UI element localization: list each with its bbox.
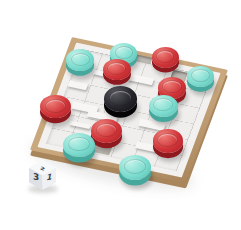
- die[interactable]: 2 3 1: [29, 160, 56, 190]
- piece-black-mouse[interactable]: [104, 86, 137, 111]
- piece-red[interactable]: [153, 129, 184, 152]
- piece-red[interactable]: [152, 47, 179, 68]
- piece-red[interactable]: [91, 119, 122, 143]
- piece-red[interactable]: [103, 59, 131, 80]
- piece-red[interactable]: [40, 95, 70, 118]
- piece-teal[interactable]: [63, 133, 95, 157]
- piece-teal[interactable]: [119, 155, 151, 180]
- photo-scene: 2 3 1: [0, 0, 241, 230]
- piece-teal[interactable]: [187, 66, 215, 87]
- piece-teal[interactable]: [149, 95, 178, 117]
- piece-teal[interactable]: [66, 49, 94, 70]
